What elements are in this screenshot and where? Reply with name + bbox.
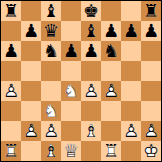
black-pawn[interactable]: ♟: [1, 41, 21, 61]
black-pawn[interactable]: ♟: [101, 21, 121, 41]
square-g1[interactable]: [121, 141, 141, 161]
square-g5[interactable]: [121, 61, 141, 81]
piece-outline-layer: ♙: [121, 121, 141, 141]
white-rook[interactable]: ♜♖: [1, 141, 21, 161]
white-pawn[interactable]: ♟♙: [81, 81, 101, 101]
piece-glyph: ♟: [81, 41, 101, 61]
chess-board: ♜♝♚♜♟♛♝♟♟♟♟♞♟♟♞♟♙♞♘♟♙♟♙♞♘♟♙♟♙♝♗♟♙♟♙♜♖♝♗♛…: [0, 0, 162, 162]
white-king[interactable]: ♚♔: [141, 141, 161, 161]
square-f2[interactable]: [101, 121, 121, 141]
piece-glyph: ♚: [81, 1, 101, 21]
square-f4[interactable]: ♟♙: [101, 81, 121, 101]
square-d4[interactable]: ♞♘: [61, 81, 81, 101]
piece-outline-layer: ♕: [61, 141, 81, 161]
white-knight[interactable]: ♞♘: [41, 101, 61, 121]
square-a5[interactable]: [1, 61, 21, 81]
white-pawn[interactable]: ♟♙: [141, 121, 161, 141]
square-h6[interactable]: [141, 41, 161, 61]
square-f3[interactable]: [101, 101, 121, 121]
square-c8[interactable]: ♝: [41, 1, 61, 21]
black-pawn[interactable]: ♟: [21, 21, 41, 41]
square-f1[interactable]: ♜♖: [101, 141, 121, 161]
square-e8[interactable]: ♚: [81, 1, 101, 21]
square-b4[interactable]: [21, 81, 41, 101]
square-e1[interactable]: [81, 141, 101, 161]
square-a3[interactable]: [1, 101, 21, 121]
square-c4[interactable]: [41, 81, 61, 101]
piece-glyph: ♟: [141, 21, 161, 41]
square-d1[interactable]: ♛♕: [61, 141, 81, 161]
piece-glyph: ♞: [101, 41, 121, 61]
piece-glyph: ♟: [21, 21, 41, 41]
square-b2[interactable]: ♟♙: [21, 121, 41, 141]
square-b1[interactable]: [21, 141, 41, 161]
square-g4[interactable]: [121, 81, 141, 101]
piece-outline-layer: ♔: [141, 141, 161, 161]
piece-glyph: ♟: [1, 41, 21, 61]
white-rook[interactable]: ♜♖: [101, 141, 121, 161]
square-c1[interactable]: ♝♗: [41, 141, 61, 161]
square-a7[interactable]: [1, 21, 21, 41]
piece-outline-layer: ♘: [41, 101, 61, 121]
piece-glyph: ♜: [141, 1, 161, 21]
square-a4[interactable]: ♟♙: [1, 81, 21, 101]
black-knight[interactable]: ♞: [41, 41, 61, 61]
square-h7[interactable]: ♟: [141, 21, 161, 41]
piece-outline-layer: ♗: [81, 121, 101, 141]
black-pawn[interactable]: ♟: [61, 41, 81, 61]
square-d7[interactable]: [61, 21, 81, 41]
white-pawn[interactable]: ♟♙: [21, 121, 41, 141]
white-pawn[interactable]: ♟♙: [101, 81, 121, 101]
square-e3[interactable]: [81, 101, 101, 121]
square-d5[interactable]: [61, 61, 81, 81]
white-queen[interactable]: ♛♕: [61, 141, 81, 161]
white-knight[interactable]: ♞♘: [61, 81, 81, 101]
white-pawn[interactable]: ♟♙: [121, 121, 141, 141]
piece-glyph: ♟: [121, 21, 141, 41]
black-king[interactable]: ♚: [81, 1, 101, 21]
square-b3[interactable]: [21, 101, 41, 121]
piece-outline-layer: ♘: [61, 81, 81, 101]
piece-glyph: ♟: [101, 21, 121, 41]
black-bishop[interactable]: ♝: [41, 1, 61, 21]
square-h1[interactable]: ♚♔: [141, 141, 161, 161]
black-rook[interactable]: ♜: [1, 1, 21, 21]
square-d3[interactable]: [61, 101, 81, 121]
white-pawn[interactable]: ♟♙: [1, 81, 21, 101]
square-g8[interactable]: [121, 1, 141, 21]
piece-glyph: ♛: [41, 21, 61, 41]
square-f6[interactable]: ♞: [101, 41, 121, 61]
square-g3[interactable]: [121, 101, 141, 121]
square-a2[interactable]: [1, 121, 21, 141]
piece-glyph: ♟: [61, 41, 81, 61]
piece-outline-layer: ♙: [141, 121, 161, 141]
square-f8[interactable]: [101, 1, 121, 21]
black-bishop[interactable]: ♝: [81, 21, 101, 41]
square-b7[interactable]: ♟: [21, 21, 41, 41]
piece-outline-layer: ♙: [81, 81, 101, 101]
square-g6[interactable]: [121, 41, 141, 61]
square-c3[interactable]: ♞♘: [41, 101, 61, 121]
square-f5[interactable]: [101, 61, 121, 81]
square-b5[interactable]: [21, 61, 41, 81]
square-a1[interactable]: ♜♖: [1, 141, 21, 161]
square-e7[interactable]: ♝: [81, 21, 101, 41]
white-bishop[interactable]: ♝♗: [81, 121, 101, 141]
black-rook[interactable]: ♜: [141, 1, 161, 21]
white-bishop[interactable]: ♝♗: [41, 141, 61, 161]
piece-glyph: ♝: [41, 1, 61, 21]
square-b6[interactable]: [21, 41, 41, 61]
black-pawn[interactable]: ♟: [81, 41, 101, 61]
square-g7[interactable]: ♟: [121, 21, 141, 41]
piece-outline-layer: ♙: [101, 81, 121, 101]
piece-glyph: ♜: [1, 1, 21, 21]
square-c2[interactable]: ♟♙: [41, 121, 61, 141]
square-h2[interactable]: ♟♙: [141, 121, 161, 141]
piece-glyph: ♝: [81, 21, 101, 41]
square-h4[interactable]: [141, 81, 161, 101]
square-h5[interactable]: [141, 61, 161, 81]
square-e4[interactable]: ♟♙: [81, 81, 101, 101]
piece-outline-layer: ♖: [101, 141, 121, 161]
square-c5[interactable]: [41, 61, 61, 81]
square-b8[interactable]: [21, 1, 41, 21]
square-h8[interactable]: ♜: [141, 1, 161, 21]
black-pawn[interactable]: ♟: [141, 21, 161, 41]
piece-outline-layer: ♙: [21, 121, 41, 141]
black-knight[interactable]: ♞: [101, 41, 121, 61]
square-e2[interactable]: ♝♗: [81, 121, 101, 141]
piece-outline-layer: ♖: [1, 141, 21, 161]
square-a6[interactable]: ♟: [1, 41, 21, 61]
square-d6[interactable]: ♟: [61, 41, 81, 61]
square-c7[interactable]: ♛: [41, 21, 61, 41]
square-g2[interactable]: ♟♙: [121, 121, 141, 141]
piece-outline-layer: ♙: [41, 121, 61, 141]
square-d2[interactable]: [61, 121, 81, 141]
square-d8[interactable]: [61, 1, 81, 21]
piece-outline-layer: ♗: [41, 141, 61, 161]
black-pawn[interactable]: ♟: [121, 21, 141, 41]
square-c6[interactable]: ♞: [41, 41, 61, 61]
piece-outline-layer: ♙: [1, 81, 21, 101]
square-e5[interactable]: [81, 61, 101, 81]
square-f7[interactable]: ♟: [101, 21, 121, 41]
white-pawn[interactable]: ♟♙: [41, 121, 61, 141]
square-a8[interactable]: ♜: [1, 1, 21, 21]
square-h3[interactable]: [141, 101, 161, 121]
black-queen[interactable]: ♛: [41, 21, 61, 41]
piece-glyph: ♞: [41, 41, 61, 61]
square-e6[interactable]: ♟: [81, 41, 101, 61]
